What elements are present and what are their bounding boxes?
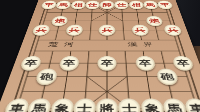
river-text-left: 楚河 bbox=[47, 41, 80, 47]
piece-red-elephant[interactable]: 相 bbox=[128, 1, 144, 10]
piece-red-general[interactable]: 帥 bbox=[100, 1, 115, 10]
piece-red-advisor[interactable]: 仕 bbox=[114, 1, 129, 10]
xiangqi-board: 楚河 漢界 車馬相仕帥仕相馬車炮炮兵兵兵兵兵卒卒卒卒卒砲砲車馬象士將士象馬車 bbox=[0, 0, 200, 112]
photo-scene: 楚河 漢界 車馬相仕帥仕相馬車炮炮兵兵兵兵兵卒卒卒卒卒砲砲車馬象士將士象馬車 bbox=[0, 0, 200, 112]
piece-black-chariot[interactable]: 車 bbox=[183, 98, 200, 112]
river-text-right: 漢界 bbox=[127, 41, 160, 47]
piece-red-soldier[interactable]: 兵 bbox=[99, 25, 116, 36]
piece-red-soldier[interactable]: 兵 bbox=[131, 25, 149, 36]
